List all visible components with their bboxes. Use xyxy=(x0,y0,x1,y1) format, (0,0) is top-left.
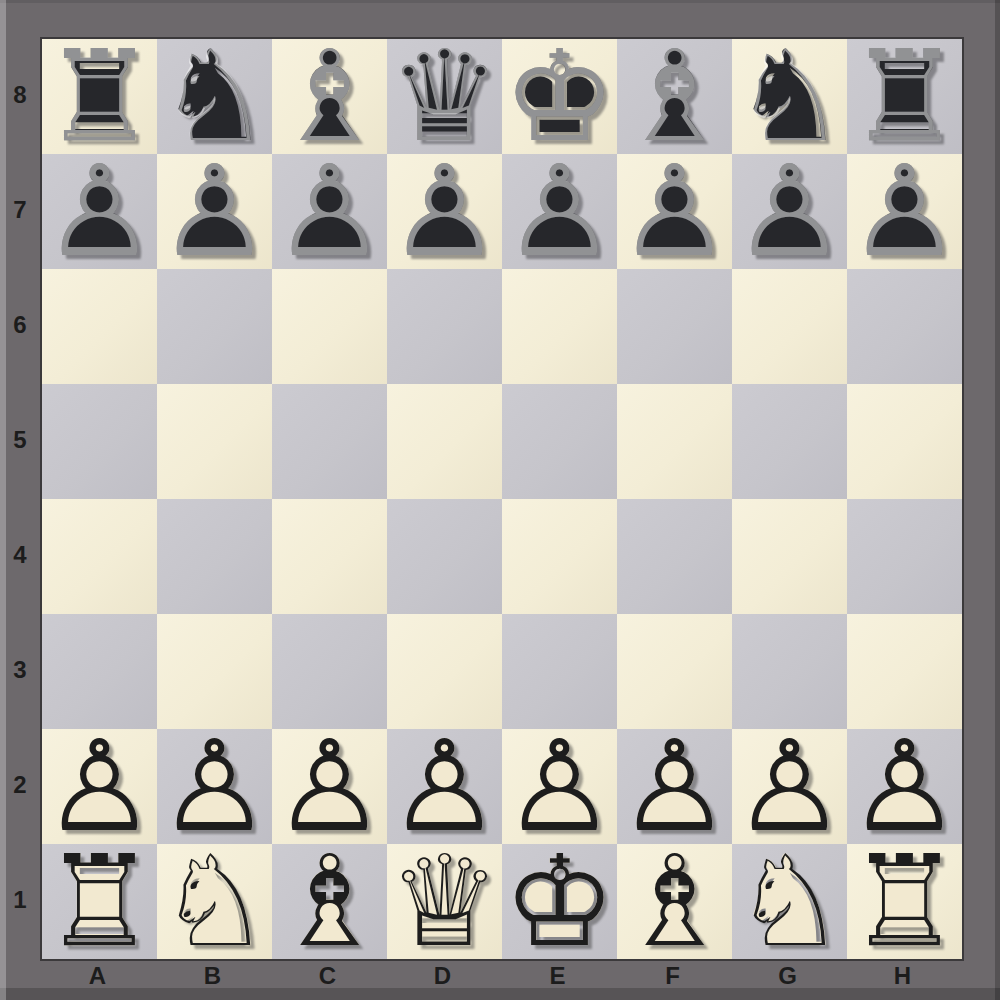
piece-white-king[interactable]: ♚♔ xyxy=(502,844,617,959)
white-queen-outline-icon: ♕ xyxy=(387,844,502,959)
square-b2[interactable]: ♟♙ xyxy=(157,729,272,844)
white-pawn-outline-icon: ♙ xyxy=(42,729,157,844)
piece-black-pawn[interactable]: ♟♙ xyxy=(42,154,157,269)
rank-label-1: 1 xyxy=(0,842,40,957)
black-pawn-outline-icon: ♙ xyxy=(387,154,502,269)
piece-black-rook[interactable]: ♜♖ xyxy=(847,39,962,154)
square-a2[interactable]: ♟♙ xyxy=(42,729,157,844)
square-f8[interactable]: ♝♗ xyxy=(617,39,732,154)
file-label-h: H xyxy=(845,959,960,993)
square-g5[interactable] xyxy=(732,384,847,499)
white-knight-outline-icon: ♘ xyxy=(732,844,847,959)
black-pawn-outline-icon: ♙ xyxy=(847,154,962,269)
square-d3[interactable] xyxy=(387,614,502,729)
piece-white-rook[interactable]: ♜♖ xyxy=(42,844,157,959)
piece-white-knight[interactable]: ♞♘ xyxy=(157,844,272,959)
square-a6[interactable] xyxy=(42,269,157,384)
piece-white-pawn[interactable]: ♟♙ xyxy=(847,729,962,844)
piece-white-rook[interactable]: ♜♖ xyxy=(847,844,962,959)
square-c1[interactable]: ♝♗ xyxy=(272,844,387,959)
square-b3[interactable] xyxy=(157,614,272,729)
square-h4[interactable] xyxy=(847,499,962,614)
white-rook-outline-icon: ♖ xyxy=(847,844,962,959)
chess-board: ♜♖♞♘♝♗♛♕♚♔♝♗♞♘♜♖♟♙♟♙♟♙♟♙♟♙♟♙♟♙♟♙♟♙♟♙♟♙♟♙… xyxy=(40,37,964,961)
square-b6[interactable] xyxy=(157,269,272,384)
square-h6[interactable] xyxy=(847,269,962,384)
black-queen-outline-icon: ♕ xyxy=(387,39,502,154)
rank-label-6: 6 xyxy=(0,267,40,382)
rank-label-5: 5 xyxy=(0,382,40,497)
square-g7[interactable]: ♟♙ xyxy=(732,154,847,269)
square-d7[interactable]: ♟♙ xyxy=(387,154,502,269)
square-g6[interactable] xyxy=(732,269,847,384)
square-d4[interactable] xyxy=(387,499,502,614)
square-a3[interactable] xyxy=(42,614,157,729)
file-label-e: E xyxy=(500,959,615,993)
square-c4[interactable] xyxy=(272,499,387,614)
white-king-outline-icon: ♔ xyxy=(502,844,617,959)
file-label-b: B xyxy=(155,959,270,993)
piece-black-bishop[interactable]: ♝♗ xyxy=(272,39,387,154)
square-h1[interactable]: ♜♖ xyxy=(847,844,962,959)
piece-black-king[interactable]: ♚♔ xyxy=(502,39,617,154)
black-pawn-outline-icon: ♙ xyxy=(732,154,847,269)
black-rook-outline-icon: ♖ xyxy=(847,39,962,154)
file-label-d: D xyxy=(385,959,500,993)
square-d8[interactable]: ♛♕ xyxy=(387,39,502,154)
square-e2[interactable]: ♟♙ xyxy=(502,729,617,844)
square-a1[interactable]: ♜♖ xyxy=(42,844,157,959)
square-e7[interactable]: ♟♙ xyxy=(502,154,617,269)
piece-black-pawn[interactable]: ♟♙ xyxy=(387,154,502,269)
square-g2[interactable]: ♟♙ xyxy=(732,729,847,844)
square-f4[interactable] xyxy=(617,499,732,614)
rank-label-7: 7 xyxy=(0,152,40,267)
square-b1[interactable]: ♞♘ xyxy=(157,844,272,959)
black-bishop-outline-icon: ♗ xyxy=(272,39,387,154)
black-rook-outline-icon: ♖ xyxy=(42,39,157,154)
square-d5[interactable] xyxy=(387,384,502,499)
square-d2[interactable]: ♟♙ xyxy=(387,729,502,844)
square-e1[interactable]: ♚♔ xyxy=(502,844,617,959)
square-b4[interactable] xyxy=(157,499,272,614)
piece-white-pawn[interactable]: ♟♙ xyxy=(42,729,157,844)
rank-labels: 87654321 xyxy=(0,37,40,957)
square-g4[interactable] xyxy=(732,499,847,614)
piece-black-rook[interactable]: ♜♖ xyxy=(42,39,157,154)
square-g3[interactable] xyxy=(732,614,847,729)
piece-black-queen[interactable]: ♛♕ xyxy=(387,39,502,154)
white-pawn-outline-icon: ♙ xyxy=(387,729,502,844)
square-e4[interactable] xyxy=(502,499,617,614)
square-c5[interactable] xyxy=(272,384,387,499)
white-pawn-outline-icon: ♙ xyxy=(157,729,272,844)
square-h8[interactable]: ♜♖ xyxy=(847,39,962,154)
black-king-outline-icon: ♔ xyxy=(502,39,617,154)
piece-white-pawn[interactable]: ♟♙ xyxy=(387,729,502,844)
square-d6[interactable] xyxy=(387,269,502,384)
piece-white-pawn[interactable]: ♟♙ xyxy=(617,729,732,844)
file-label-g: G xyxy=(730,959,845,993)
square-c6[interactable] xyxy=(272,269,387,384)
square-c2[interactable]: ♟♙ xyxy=(272,729,387,844)
white-knight-outline-icon: ♘ xyxy=(157,844,272,959)
square-f5[interactable] xyxy=(617,384,732,499)
piece-black-pawn[interactable]: ♟♙ xyxy=(272,154,387,269)
square-h7[interactable]: ♟♙ xyxy=(847,154,962,269)
file-label-a: A xyxy=(40,959,155,993)
square-f2[interactable]: ♟♙ xyxy=(617,729,732,844)
piece-black-pawn[interactable]: ♟♙ xyxy=(732,154,847,269)
square-e5[interactable] xyxy=(502,384,617,499)
square-e8[interactable]: ♚♔ xyxy=(502,39,617,154)
square-b5[interactable] xyxy=(157,384,272,499)
piece-white-pawn[interactable]: ♟♙ xyxy=(732,729,847,844)
square-g8[interactable]: ♞♘ xyxy=(732,39,847,154)
piece-white-knight[interactable]: ♞♘ xyxy=(732,844,847,959)
square-a8[interactable]: ♜♖ xyxy=(42,39,157,154)
rank-label-3: 3 xyxy=(0,612,40,727)
piece-black-pawn[interactable]: ♟♙ xyxy=(617,154,732,269)
black-pawn-outline-icon: ♙ xyxy=(157,154,272,269)
file-labels: ABCDEFGH xyxy=(40,959,960,993)
piece-white-bishop[interactable]: ♝♗ xyxy=(272,844,387,959)
rank-label-2: 2 xyxy=(0,727,40,842)
square-f7[interactable]: ♟♙ xyxy=(617,154,732,269)
white-rook-outline-icon: ♖ xyxy=(42,844,157,959)
square-c8[interactable]: ♝♗ xyxy=(272,39,387,154)
rank-label-4: 4 xyxy=(0,497,40,612)
piece-black-pawn[interactable]: ♟♙ xyxy=(157,154,272,269)
black-bishop-outline-icon: ♗ xyxy=(617,39,732,154)
square-h2[interactable]: ♟♙ xyxy=(847,729,962,844)
square-b8[interactable]: ♞♘ xyxy=(157,39,272,154)
file-label-f: F xyxy=(615,959,730,993)
piece-white-pawn[interactable]: ♟♙ xyxy=(502,729,617,844)
piece-white-queen[interactable]: ♛♕ xyxy=(387,844,502,959)
square-b7[interactable]: ♟♙ xyxy=(157,154,272,269)
rank-label-8: 8 xyxy=(0,37,40,152)
square-d1[interactable]: ♛♕ xyxy=(387,844,502,959)
piece-white-pawn[interactable]: ♟♙ xyxy=(272,729,387,844)
black-knight-outline-icon: ♘ xyxy=(157,39,272,154)
piece-white-pawn[interactable]: ♟♙ xyxy=(157,729,272,844)
piece-black-pawn[interactable]: ♟♙ xyxy=(502,154,617,269)
black-pawn-outline-icon: ♙ xyxy=(617,154,732,269)
white-pawn-outline-icon: ♙ xyxy=(732,729,847,844)
square-f1[interactable]: ♝♗ xyxy=(617,844,732,959)
file-label-c: C xyxy=(270,959,385,993)
square-e6[interactable] xyxy=(502,269,617,384)
square-a7[interactable]: ♟♙ xyxy=(42,154,157,269)
black-knight-outline-icon: ♘ xyxy=(732,39,847,154)
square-c7[interactable]: ♟♙ xyxy=(272,154,387,269)
white-pawn-outline-icon: ♙ xyxy=(272,729,387,844)
square-h3[interactable] xyxy=(847,614,962,729)
board-frame: 87654321 ♜♖♞♘♝♗♛♕♚♔♝♗♞♘♜♖♟♙♟♙♟♙♟♙♟♙♟♙♟♙♟… xyxy=(0,0,1000,1000)
piece-white-bishop[interactable]: ♝♗ xyxy=(617,844,732,959)
square-f3[interactable] xyxy=(617,614,732,729)
square-a5[interactable] xyxy=(42,384,157,499)
square-c3[interactable] xyxy=(272,614,387,729)
square-a4[interactable] xyxy=(42,499,157,614)
white-pawn-outline-icon: ♙ xyxy=(502,729,617,844)
white-pawn-outline-icon: ♙ xyxy=(847,729,962,844)
black-pawn-outline-icon: ♙ xyxy=(42,154,157,269)
square-e3[interactable] xyxy=(502,614,617,729)
piece-black-knight[interactable]: ♞♘ xyxy=(732,39,847,154)
white-pawn-outline-icon: ♙ xyxy=(617,729,732,844)
piece-black-pawn[interactable]: ♟♙ xyxy=(847,154,962,269)
piece-black-bishop[interactable]: ♝♗ xyxy=(617,39,732,154)
white-bishop-outline-icon: ♗ xyxy=(272,844,387,959)
square-h5[interactable] xyxy=(847,384,962,499)
black-pawn-outline-icon: ♙ xyxy=(272,154,387,269)
black-pawn-outline-icon: ♙ xyxy=(502,154,617,269)
piece-black-knight[interactable]: ♞♘ xyxy=(157,39,272,154)
white-bishop-outline-icon: ♗ xyxy=(617,844,732,959)
square-f6[interactable] xyxy=(617,269,732,384)
square-g1[interactable]: ♞♘ xyxy=(732,844,847,959)
